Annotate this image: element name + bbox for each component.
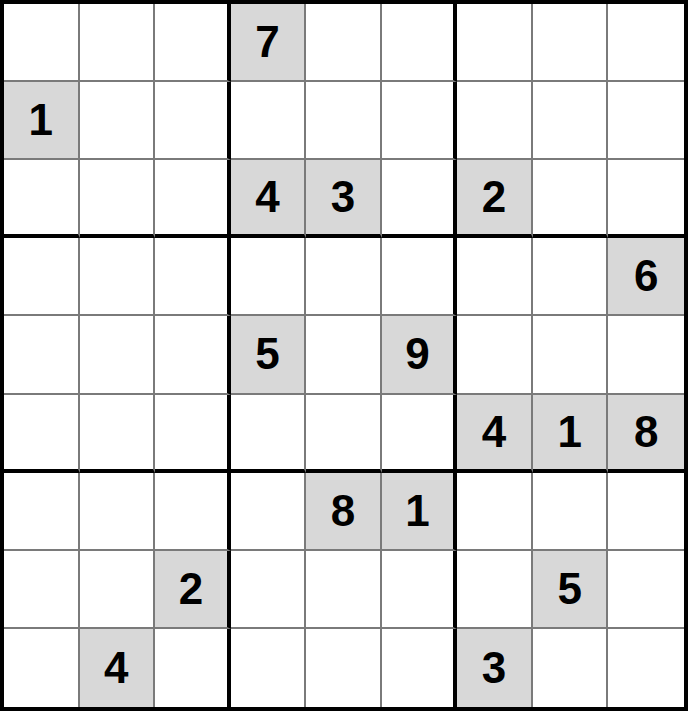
cell-r2c1-given: 1 <box>4 82 80 160</box>
cell-r6c9-given: 8 <box>608 395 684 473</box>
cell-r7c6-given: 1 <box>382 473 458 551</box>
cell-r9c5[interactable] <box>306 629 382 707</box>
cell-r3c9[interactable] <box>608 160 684 238</box>
cell-r2c9[interactable] <box>608 82 684 160</box>
cell-r5c4-given: 5 <box>231 316 307 394</box>
cell-r6c7-given: 4 <box>457 395 533 473</box>
cell-r9c8[interactable] <box>533 629 609 707</box>
cell-r6c8-given: 1 <box>533 395 609 473</box>
cell-r8c3-given: 2 <box>155 551 231 629</box>
cell-r9c7-given: 3 <box>457 629 533 707</box>
cell-r4c1[interactable] <box>4 238 80 316</box>
cell-r7c3[interactable] <box>155 473 231 551</box>
cell-r6c3[interactable] <box>155 395 231 473</box>
cell-r4c6[interactable] <box>382 238 458 316</box>
sudoku-board: 71432659418812543 <box>0 0 688 711</box>
cell-r1c7[interactable] <box>457 4 533 82</box>
cell-r6c2[interactable] <box>80 395 156 473</box>
cell-r7c8[interactable] <box>533 473 609 551</box>
cell-r3c2[interactable] <box>80 160 156 238</box>
cell-r4c8[interactable] <box>533 238 609 316</box>
cell-r9c4[interactable] <box>231 629 307 707</box>
cell-r3c5-given: 3 <box>306 160 382 238</box>
cell-r3c1[interactable] <box>4 160 80 238</box>
cell-r6c5[interactable] <box>306 395 382 473</box>
cell-r3c3[interactable] <box>155 160 231 238</box>
cell-r3c7-given: 2 <box>457 160 533 238</box>
cell-r8c2[interactable] <box>80 551 156 629</box>
cell-r8c1[interactable] <box>4 551 80 629</box>
cell-r1c3[interactable] <box>155 4 231 82</box>
cell-r8c6[interactable] <box>382 551 458 629</box>
cell-r5c2[interactable] <box>80 316 156 394</box>
cell-r1c2[interactable] <box>80 4 156 82</box>
cell-r5c5[interactable] <box>306 316 382 394</box>
cell-r4c4[interactable] <box>231 238 307 316</box>
cell-r4c2[interactable] <box>80 238 156 316</box>
cell-r7c4[interactable] <box>231 473 307 551</box>
cell-r2c5[interactable] <box>306 82 382 160</box>
cell-r8c5[interactable] <box>306 551 382 629</box>
cell-r3c8[interactable] <box>533 160 609 238</box>
cell-r9c1[interactable] <box>4 629 80 707</box>
cell-r1c6[interactable] <box>382 4 458 82</box>
cell-r2c2[interactable] <box>80 82 156 160</box>
cell-r4c5[interactable] <box>306 238 382 316</box>
cell-r4c3[interactable] <box>155 238 231 316</box>
cell-r6c4[interactable] <box>231 395 307 473</box>
cell-r9c9[interactable] <box>608 629 684 707</box>
cell-r5c1[interactable] <box>4 316 80 394</box>
cell-r5c7[interactable] <box>457 316 533 394</box>
cell-r2c4[interactable] <box>231 82 307 160</box>
cell-r5c9[interactable] <box>608 316 684 394</box>
cell-r1c1[interactable] <box>4 4 80 82</box>
cell-r5c3[interactable] <box>155 316 231 394</box>
cell-r1c4-given: 7 <box>231 4 307 82</box>
cell-r7c2[interactable] <box>80 473 156 551</box>
cell-r1c5[interactable] <box>306 4 382 82</box>
cell-r6c1[interactable] <box>4 395 80 473</box>
cell-r8c8-given: 5 <box>533 551 609 629</box>
cell-r8c7[interactable] <box>457 551 533 629</box>
cell-r3c6[interactable] <box>382 160 458 238</box>
cell-r7c1[interactable] <box>4 473 80 551</box>
cell-r2c6[interactable] <box>382 82 458 160</box>
cell-r6c6[interactable] <box>382 395 458 473</box>
cell-r3c4-given: 4 <box>231 160 307 238</box>
cell-r2c3[interactable] <box>155 82 231 160</box>
cell-r9c3[interactable] <box>155 629 231 707</box>
cell-r8c9[interactable] <box>608 551 684 629</box>
cell-r9c2-given: 4 <box>80 629 156 707</box>
cell-r2c8[interactable] <box>533 82 609 160</box>
cell-r9c6[interactable] <box>382 629 458 707</box>
cell-r2c7[interactable] <box>457 82 533 160</box>
cell-r7c5-given: 8 <box>306 473 382 551</box>
cell-r8c4[interactable] <box>231 551 307 629</box>
cell-r5c6-given: 9 <box>382 316 458 394</box>
cell-r4c7[interactable] <box>457 238 533 316</box>
cell-r1c8[interactable] <box>533 4 609 82</box>
cell-r7c9[interactable] <box>608 473 684 551</box>
cell-r5c8[interactable] <box>533 316 609 394</box>
cell-r4c9-given: 6 <box>608 238 684 316</box>
cell-r1c9[interactable] <box>608 4 684 82</box>
cell-r7c7[interactable] <box>457 473 533 551</box>
